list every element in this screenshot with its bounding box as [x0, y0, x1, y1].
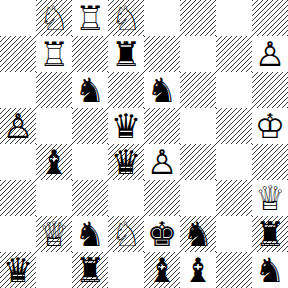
square-b2[interactable]: ♕	[36, 216, 72, 252]
square-e3[interactable]	[144, 180, 180, 216]
piece-white-pawn[interactable]: ♙	[255, 36, 285, 72]
square-b1[interactable]	[36, 252, 72, 288]
piece-white-knight[interactable]: ♘	[111, 216, 141, 252]
square-e2[interactable]: ♚	[144, 216, 180, 252]
square-h8[interactable]	[252, 0, 288, 36]
square-c7[interactable]	[72, 36, 108, 72]
square-b8[interactable]: ♘	[36, 0, 72, 36]
square-b5[interactable]	[36, 108, 72, 144]
square-a3[interactable]	[0, 180, 36, 216]
square-d7[interactable]: ♜	[108, 36, 144, 72]
square-d8[interactable]: ♘	[108, 0, 144, 36]
square-c5[interactable]	[72, 108, 108, 144]
square-c4[interactable]	[72, 144, 108, 180]
square-e4[interactable]: ♙	[144, 144, 180, 180]
piece-black-queen[interactable]: ♛	[111, 108, 141, 144]
square-h6[interactable]	[252, 72, 288, 108]
square-g8[interactable]	[216, 0, 252, 36]
square-g4[interactable]	[216, 144, 252, 180]
square-a5[interactable]: ♙	[0, 108, 36, 144]
square-e7[interactable]	[144, 36, 180, 72]
square-a6[interactable]	[0, 72, 36, 108]
square-b3[interactable]	[36, 180, 72, 216]
square-h4[interactable]	[252, 144, 288, 180]
square-d6[interactable]	[108, 72, 144, 108]
square-a8[interactable]	[0, 0, 36, 36]
piece-black-king[interactable]: ♚	[147, 216, 177, 252]
square-d1[interactable]	[108, 252, 144, 288]
square-e1[interactable]: ♝	[144, 252, 180, 288]
piece-white-pawn[interactable]: ♙	[3, 108, 33, 144]
square-d4[interactable]: ♛	[108, 144, 144, 180]
square-c2[interactable]: ♞	[72, 216, 108, 252]
piece-black-queen[interactable]: ♛	[3, 252, 33, 288]
piece-black-bishop[interactable]: ♝	[39, 144, 69, 180]
piece-black-bishop[interactable]: ♝	[183, 252, 213, 288]
square-a2[interactable]	[0, 216, 36, 252]
piece-white-queen[interactable]: ♕	[255, 180, 285, 216]
square-a1[interactable]: ♛	[0, 252, 36, 288]
piece-black-rook[interactable]: ♜	[111, 36, 141, 72]
piece-black-queen[interactable]: ♛	[111, 144, 141, 180]
square-c8[interactable]: ♖	[72, 0, 108, 36]
square-f5[interactable]	[180, 108, 216, 144]
square-h5[interactable]: ♔	[252, 108, 288, 144]
piece-white-pawn[interactable]: ♙	[147, 144, 177, 180]
piece-black-knight[interactable]: ♞	[255, 252, 285, 288]
square-h3[interactable]: ♕	[252, 180, 288, 216]
square-f1[interactable]: ♝	[180, 252, 216, 288]
chess-diagram: ♘♖♘♖♜♙♞♞♙♛♔♝♛♙♕♕♞♘♚♞♜♛♜♝♝♞	[0, 0, 288, 288]
piece-white-rook[interactable]: ♖	[39, 36, 69, 72]
square-a4[interactable]	[0, 144, 36, 180]
square-g2[interactable]	[216, 216, 252, 252]
square-g7[interactable]	[216, 36, 252, 72]
square-f3[interactable]	[180, 180, 216, 216]
piece-black-knight[interactable]: ♞	[147, 72, 177, 108]
square-g6[interactable]	[216, 72, 252, 108]
piece-black-knight[interactable]: ♞	[183, 216, 213, 252]
piece-black-rook[interactable]: ♜	[255, 216, 285, 252]
square-f4[interactable]	[180, 144, 216, 180]
square-f2[interactable]: ♞	[180, 216, 216, 252]
square-e5[interactable]	[144, 108, 180, 144]
square-d5[interactable]: ♛	[108, 108, 144, 144]
square-e8[interactable]	[144, 0, 180, 36]
square-d2[interactable]: ♘	[108, 216, 144, 252]
piece-white-king[interactable]: ♔	[255, 108, 285, 144]
square-b7[interactable]: ♖	[36, 36, 72, 72]
piece-white-knight[interactable]: ♘	[111, 0, 141, 36]
square-c6[interactable]: ♞	[72, 72, 108, 108]
piece-black-rook[interactable]: ♜	[75, 252, 105, 288]
square-h2[interactable]: ♜	[252, 216, 288, 252]
square-h7[interactable]: ♙	[252, 36, 288, 72]
piece-black-knight[interactable]: ♞	[75, 216, 105, 252]
square-g1[interactable]	[216, 252, 252, 288]
square-b6[interactable]	[36, 72, 72, 108]
piece-white-queen[interactable]: ♕	[39, 216, 69, 252]
square-g3[interactable]	[216, 180, 252, 216]
square-f8[interactable]	[180, 0, 216, 36]
chess-board: ♘♖♘♖♜♙♞♞♙♛♔♝♛♙♕♕♞♘♚♞♜♛♜♝♝♞	[0, 0, 288, 288]
square-e6[interactable]: ♞	[144, 72, 180, 108]
piece-black-knight[interactable]: ♞	[75, 72, 105, 108]
square-a7[interactable]	[0, 36, 36, 72]
square-c3[interactable]	[72, 180, 108, 216]
square-f6[interactable]	[180, 72, 216, 108]
piece-white-rook[interactable]: ♖	[75, 0, 105, 36]
square-b4[interactable]: ♝	[36, 144, 72, 180]
piece-black-bishop[interactable]: ♝	[147, 252, 177, 288]
piece-white-knight[interactable]: ♘	[39, 0, 69, 36]
square-d3[interactable]	[108, 180, 144, 216]
square-h1[interactable]: ♞	[252, 252, 288, 288]
square-c1[interactable]: ♜	[72, 252, 108, 288]
square-g5[interactable]	[216, 108, 252, 144]
square-f7[interactable]	[180, 36, 216, 72]
